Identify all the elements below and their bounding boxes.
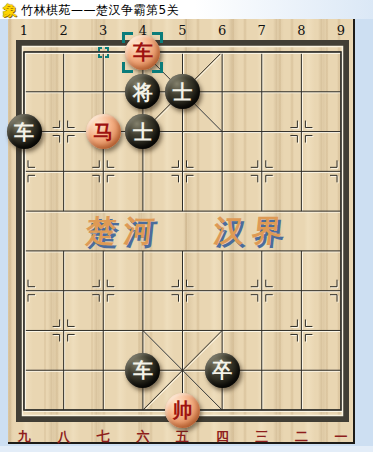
file-label-bottom-3: 七	[97, 428, 110, 446]
file-label-top-5: 5	[178, 23, 186, 38]
river-text-left: 楚河	[84, 211, 164, 252]
file-label-top-1: 1	[20, 23, 28, 38]
piece-character: 将	[133, 82, 153, 102]
file-label-top-9: 9	[337, 23, 345, 38]
piece-character: 车	[133, 360, 153, 380]
title-bar: 象 竹林棋苑——楚汉争霸第5关	[0, 0, 373, 19]
river-text-right: 汉界	[212, 211, 292, 252]
black-piece-车[interactable]: 车	[7, 114, 42, 149]
piece-character: 士	[173, 82, 193, 102]
black-piece-车[interactable]: 车	[125, 353, 160, 388]
file-label-bottom-5: 五	[176, 428, 189, 446]
app-elephant-icon: 象	[3, 3, 17, 17]
file-label-top-3: 3	[99, 23, 107, 38]
piece-character: 车	[14, 122, 34, 142]
piece-character: 车	[133, 42, 153, 62]
file-label-bottom-7: 三	[255, 428, 268, 446]
file-label-bottom-4: 六	[136, 428, 149, 446]
piece-character: 帅	[173, 400, 193, 420]
window-title: 竹林棋苑——楚汉争霸第5关	[21, 4, 179, 16]
piece-character: 卒	[212, 360, 232, 380]
red-piece-马[interactable]: 马	[86, 114, 121, 149]
file-label-bottom-8: 二	[295, 428, 308, 446]
file-label-bottom-2: 八	[57, 428, 70, 446]
window-bottom-edge	[0, 446, 373, 452]
app-window: 象 竹林棋苑——楚汉争霸第5关 楚河 汉界 123456789九八七六五四三二一…	[0, 0, 373, 452]
red-piece-帅[interactable]: 帅	[165, 393, 200, 428]
piece-character: 士	[133, 122, 153, 142]
file-label-bottom-9: 一	[335, 428, 348, 446]
file-label-top-8: 8	[297, 23, 305, 38]
piece-character: 马	[93, 122, 113, 142]
file-label-bottom-1: 九	[18, 428, 31, 446]
file-label-top-6: 6	[218, 23, 226, 38]
black-piece-卒[interactable]: 卒	[205, 353, 240, 388]
file-label-bottom-6: 四	[216, 428, 229, 446]
red-piece-车[interactable]: 车	[125, 35, 160, 70]
file-label-top-2: 2	[59, 23, 67, 38]
file-label-top-7: 7	[258, 23, 266, 38]
